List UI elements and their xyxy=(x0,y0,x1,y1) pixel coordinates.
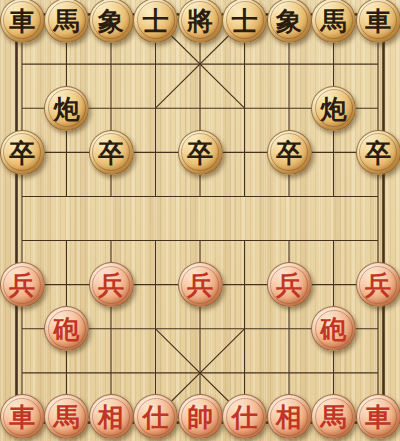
piece-red-cannon[interactable]: 砲 xyxy=(311,306,356,351)
piece-glyph: 卒 xyxy=(98,131,124,176)
piece-red-soldier[interactable]: 兵 xyxy=(0,262,45,307)
piece-red-soldier[interactable]: 兵 xyxy=(178,262,223,307)
piece-glyph: 卒 xyxy=(276,131,302,176)
board-grid xyxy=(0,0,400,441)
piece-red-soldier[interactable]: 兵 xyxy=(356,262,400,307)
piece-glyph: 車 xyxy=(9,395,35,440)
piece-glyph: 兵 xyxy=(9,263,35,308)
piece-glyph: 馬 xyxy=(321,0,347,44)
piece-glyph: 帥 xyxy=(187,395,213,440)
piece-glyph: 象 xyxy=(98,0,124,44)
piece-red-soldier[interactable]: 兵 xyxy=(267,262,312,307)
piece-glyph: 象 xyxy=(276,0,302,44)
piece-glyph: 相 xyxy=(98,395,124,440)
piece-glyph: 將 xyxy=(187,0,213,44)
piece-glyph: 炮 xyxy=(321,87,347,132)
piece-glyph: 兵 xyxy=(98,263,124,308)
piece-black-chariot[interactable]: 車 xyxy=(356,0,400,43)
piece-black-advisor[interactable]: 士 xyxy=(133,0,178,43)
piece-black-cannon[interactable]: 炮 xyxy=(44,86,89,131)
piece-black-chariot[interactable]: 車 xyxy=(0,0,45,43)
piece-glyph: 馬 xyxy=(54,0,80,44)
piece-black-advisor[interactable]: 士 xyxy=(222,0,267,43)
piece-glyph: 仕 xyxy=(143,395,169,440)
piece-glyph: 炮 xyxy=(54,87,80,132)
piece-black-horse[interactable]: 馬 xyxy=(311,0,356,43)
piece-glyph: 馬 xyxy=(54,395,80,440)
piece-black-soldier[interactable]: 卒 xyxy=(267,130,312,175)
xiangqi-board: 車馬象士將士象馬車炮炮卒卒卒卒卒兵兵兵兵兵砲砲車馬相仕帥仕相馬車 xyxy=(0,0,400,441)
piece-glyph: 仕 xyxy=(232,395,258,440)
piece-red-elephant[interactable]: 相 xyxy=(89,394,134,439)
piece-glyph: 兵 xyxy=(276,263,302,308)
piece-red-chariot[interactable]: 車 xyxy=(0,394,45,439)
piece-red-elephant[interactable]: 相 xyxy=(267,394,312,439)
piece-black-cannon[interactable]: 炮 xyxy=(311,86,356,131)
piece-glyph: 卒 xyxy=(187,131,213,176)
piece-glyph: 士 xyxy=(143,0,169,44)
piece-red-soldier[interactable]: 兵 xyxy=(89,262,134,307)
piece-black-general[interactable]: 將 xyxy=(178,0,223,43)
piece-glyph: 兵 xyxy=(187,263,213,308)
piece-glyph: 相 xyxy=(276,395,302,440)
piece-glyph: 砲 xyxy=(54,307,80,352)
piece-glyph: 士 xyxy=(232,0,258,44)
piece-black-horse[interactable]: 馬 xyxy=(44,0,89,43)
piece-glyph: 馬 xyxy=(321,395,347,440)
piece-black-elephant[interactable]: 象 xyxy=(267,0,312,43)
piece-black-soldier[interactable]: 卒 xyxy=(0,130,45,175)
piece-glyph: 車 xyxy=(365,0,391,44)
piece-black-soldier[interactable]: 卒 xyxy=(178,130,223,175)
piece-black-soldier[interactable]: 卒 xyxy=(356,130,400,175)
piece-glyph: 車 xyxy=(9,0,35,44)
piece-red-chariot[interactable]: 車 xyxy=(356,394,400,439)
piece-glyph: 卒 xyxy=(365,131,391,176)
piece-glyph: 兵 xyxy=(365,263,391,308)
piece-black-elephant[interactable]: 象 xyxy=(89,0,134,43)
piece-red-general[interactable]: 帥 xyxy=(178,394,223,439)
piece-glyph: 砲 xyxy=(321,307,347,352)
piece-glyph: 卒 xyxy=(9,131,35,176)
piece-black-soldier[interactable]: 卒 xyxy=(89,130,134,175)
piece-glyph: 車 xyxy=(365,395,391,440)
piece-red-cannon[interactable]: 砲 xyxy=(44,306,89,351)
